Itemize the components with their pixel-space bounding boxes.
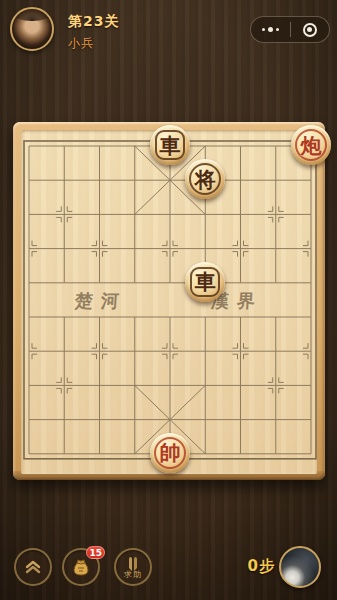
river-text-left: 楚河 <box>57 288 145 314</box>
hint-button[interactable]: 15 <box>62 548 100 586</box>
piece-glyph: 車 <box>160 135 181 156</box>
piece-red-帥[interactable]: 帥 <box>150 433 190 473</box>
piece-glyph: 帥 <box>160 442 181 463</box>
piece-red-炮[interactable]: 炮 <box>291 125 331 165</box>
menu-collapse-button[interactable] <box>14 548 52 586</box>
bottom-bar: 15 求助 0步 <box>0 538 337 600</box>
help-button[interactable]: 求助 <box>114 548 152 586</box>
help-label: 求助 <box>124 571 142 579</box>
hint-bag-icon <box>70 556 92 578</box>
opponent-avatar[interactable] <box>279 546 321 588</box>
piece-black-車[interactable]: 車 <box>150 125 190 165</box>
piece-black-車[interactable]: 車 <box>185 262 225 302</box>
piece-glyph: 炮 <box>301 135 322 156</box>
hint-count-badge: 15 <box>86 546 105 559</box>
board-grid-svg <box>0 0 337 600</box>
double-chevron-up-icon <box>23 558 43 576</box>
move-counter: 0步 <box>248 557 275 576</box>
piece-glyph: 将 <box>195 169 216 190</box>
piece-glyph: 車 <box>195 271 216 292</box>
